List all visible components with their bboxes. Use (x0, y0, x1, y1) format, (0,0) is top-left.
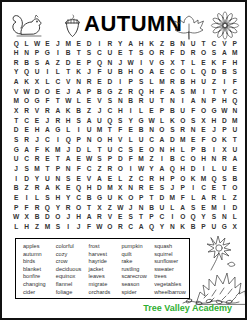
grid-cell[interactable]: F (178, 193, 188, 203)
grid-cell[interactable]: D (42, 213, 52, 223)
grid-cell[interactable]: M (209, 203, 219, 213)
grid-cell[interactable]: T (157, 97, 167, 107)
grid-cell[interactable]: E (105, 174, 115, 184)
grid-cell[interactable]: A (219, 49, 229, 59)
grid-cell[interactable]: U (42, 174, 52, 184)
grid-cell[interactable]: S (178, 87, 188, 97)
grid-cell[interactable]: F (115, 126, 125, 136)
grid-cell[interactable]: G (42, 49, 52, 59)
grid-cell[interactable]: U (178, 107, 188, 117)
grid-cell[interactable]: Q (94, 58, 104, 68)
grid-cell[interactable]: N (146, 126, 156, 136)
grid-cell[interactable]: E (126, 126, 136, 136)
grid-cell[interactable]: U (105, 49, 115, 59)
grid-cell[interactable]: C (105, 107, 115, 117)
grid-cell[interactable]: W (11, 213, 21, 223)
grid-cell[interactable]: X (32, 78, 42, 88)
grid-cell[interactable]: U (209, 222, 219, 232)
grid-cell[interactable]: Z (21, 184, 31, 194)
grid-cell[interactable]: R (105, 39, 115, 49)
grid-cell[interactable]: O (146, 49, 156, 59)
grid-cell[interactable]: A (157, 135, 167, 145)
grid-cell[interactable]: R (21, 135, 31, 145)
grid-cell[interactable]: K (209, 58, 219, 68)
grid-cell[interactable]: H (105, 135, 115, 145)
grid-cell[interactable]: E (115, 49, 125, 59)
grid-cell[interactable]: B (94, 87, 104, 97)
grid-cell[interactable]: I (178, 97, 188, 107)
grid-cell[interactable]: B (178, 78, 188, 88)
grid-cell[interactable]: S (11, 135, 21, 145)
grid-cell[interactable]: M (11, 97, 21, 107)
grid-cell[interactable]: P (84, 58, 94, 68)
grid-cell[interactable]: O (105, 222, 115, 232)
grid-cell[interactable]: F (21, 203, 31, 213)
grid-cell[interactable]: J (126, 203, 136, 213)
grid-cell[interactable]: E (188, 135, 198, 145)
grid-cell[interactable]: B (167, 107, 177, 117)
grid-cell[interactable]: D (84, 39, 94, 49)
grid-cell[interactable]: Z (157, 39, 167, 49)
grid-cell[interactable]: P (105, 155, 115, 165)
grid-cell[interactable]: R (32, 155, 42, 165)
grid-cell[interactable]: W (94, 222, 104, 232)
grid-cell[interactable]: D (32, 87, 42, 97)
grid-cell[interactable]: Y (126, 116, 136, 126)
grid-cell[interactable]: Y (157, 222, 167, 232)
grid-cell[interactable]: U (230, 145, 240, 155)
grid-cell[interactable]: Z (84, 107, 94, 117)
grid-cell[interactable]: W (219, 107, 229, 117)
grid-cell[interactable]: I (219, 203, 229, 213)
grid-cell[interactable]: W (115, 203, 125, 213)
grid-cell[interactable]: W (32, 39, 42, 49)
grid-cell[interactable]: H (53, 193, 63, 203)
grid-cell[interactable]: I (209, 145, 219, 155)
grid-cell[interactable]: I (11, 174, 21, 184)
grid-cell[interactable]: P (157, 107, 167, 117)
grid-cell[interactable]: U (157, 203, 167, 213)
grid-cell[interactable]: Y (146, 164, 156, 174)
grid-cell[interactable]: C (53, 78, 63, 88)
grid-cell[interactable]: V (32, 107, 42, 117)
grid-cell[interactable]: P (32, 49, 42, 59)
grid-cell[interactable]: B (167, 39, 177, 49)
grid-cell[interactable]: D (115, 155, 125, 165)
grid-cell[interactable]: B (136, 126, 146, 136)
grid-cell[interactable]: E (53, 87, 63, 97)
grid-cell[interactable]: T (84, 203, 94, 213)
grid-cell[interactable]: L (32, 193, 42, 203)
grid-cell[interactable]: B (126, 97, 136, 107)
grid-cell[interactable]: R (219, 155, 229, 165)
grid-cell[interactable]: M (167, 193, 177, 203)
grid-cell[interactable]: T (198, 39, 208, 49)
grid-cell[interactable]: G (94, 193, 104, 203)
grid-cell[interactable]: I (126, 164, 136, 174)
grid-cell[interactable]: D (230, 203, 240, 213)
grid-cell[interactable]: Y (63, 193, 73, 203)
grid-cell[interactable]: A (63, 155, 73, 165)
grid-cell[interactable]: C (84, 164, 94, 174)
grid-cell[interactable]: I (126, 107, 136, 117)
grid-cell[interactable]: U (188, 39, 198, 49)
grid-cell[interactable]: B (73, 107, 83, 117)
grid-cell[interactable]: J (115, 58, 125, 68)
grid-cell[interactable]: B (167, 155, 177, 165)
grid-cell[interactable]: N (126, 184, 136, 194)
grid-cell[interactable]: M (178, 135, 188, 145)
grid-cell[interactable]: R (63, 203, 73, 213)
grid-cell[interactable]: K (42, 145, 52, 155)
grid-cell[interactable]: Y (11, 68, 21, 78)
grid-cell[interactable]: O (53, 213, 63, 223)
grid-cell[interactable]: Q (198, 68, 208, 78)
grid-cell[interactable]: S (84, 49, 94, 59)
grid-cell[interactable]: H (32, 126, 42, 136)
grid-cell[interactable]: O (146, 145, 156, 155)
grid-cell[interactable]: B (146, 203, 156, 213)
grid-cell[interactable]: V (63, 78, 73, 88)
grid-cell[interactable]: I (53, 49, 63, 59)
grid-cell[interactable]: O (188, 155, 198, 165)
grid-cell[interactable]: T (42, 164, 52, 174)
grid-cell[interactable]: B (11, 184, 21, 194)
grid-cell[interactable]: R (157, 49, 167, 59)
grid-cell[interactable]: D (94, 184, 104, 194)
grid-cell[interactable]: R (178, 126, 188, 136)
grid-cell[interactable]: H (84, 184, 94, 194)
grid-cell[interactable]: C (73, 193, 83, 203)
grid-cell[interactable]: I (21, 193, 31, 203)
grid-cell[interactable]: V (146, 58, 156, 68)
grid-cell[interactable]: M (53, 145, 63, 155)
grid-cell[interactable]: R (209, 193, 219, 203)
grid-cell[interactable]: L (73, 97, 83, 107)
grid-cell[interactable]: N (21, 49, 31, 59)
grid-cell[interactable]: F (84, 222, 94, 232)
grid-cell[interactable]: H (167, 145, 177, 155)
grid-cell[interactable]: F (157, 87, 167, 97)
grid-cell[interactable]: J (11, 164, 21, 174)
grid-cell[interactable]: R (42, 107, 52, 117)
grid-cell[interactable]: D (188, 164, 198, 174)
grid-cell[interactable]: I (188, 184, 198, 194)
grid-cell[interactable]: E (94, 78, 104, 88)
grid-cell[interactable]: U (219, 164, 229, 174)
grid-cell[interactable]: E (73, 39, 83, 49)
grid-cell[interactable]: G (209, 107, 219, 117)
grid-cell[interactable]: F (73, 164, 83, 174)
grid-cell[interactable]: C (42, 135, 52, 145)
grid-cell[interactable]: P (178, 184, 188, 194)
grid-cell[interactable]: L (11, 222, 21, 232)
grid-cell[interactable]: L (63, 126, 73, 136)
grid-cell[interactable]: G (219, 222, 229, 232)
grid-cell[interactable]: B (230, 174, 240, 184)
grid-cell[interactable]: A (11, 78, 21, 88)
grid-cell[interactable]: Z (146, 155, 156, 165)
grid-cell[interactable]: B (84, 193, 94, 203)
grid-cell[interactable]: C (126, 222, 136, 232)
grid-cell[interactable]: G (105, 87, 115, 97)
grid-cell[interactable]: H (230, 58, 240, 68)
grid-cell[interactable]: W (21, 87, 31, 97)
grid-cell[interactable]: C (146, 135, 156, 145)
grid-cell[interactable]: Y (198, 213, 208, 223)
grid-cell[interactable]: S (21, 164, 31, 174)
grid-cell[interactable]: E (146, 107, 156, 117)
grid-cell[interactable]: H (209, 116, 219, 126)
grid-cell[interactable]: Q (188, 213, 198, 223)
grid-cell[interactable]: S (32, 58, 42, 68)
grid-cell[interactable]: T (73, 49, 83, 59)
grid-cell[interactable]: S (42, 193, 52, 203)
grid-cell[interactable]: A (198, 193, 208, 203)
grid-cell[interactable]: A (73, 87, 83, 97)
grid-cell[interactable]: Z (115, 87, 125, 97)
grid-cell[interactable]: N (188, 126, 198, 136)
grid-cell[interactable]: P (53, 164, 63, 174)
grid-cell[interactable]: E (73, 155, 83, 165)
grid-cell[interactable]: M (230, 49, 240, 59)
grid-cell[interactable]: R (94, 213, 104, 223)
grid-cell[interactable]: D (63, 58, 73, 68)
grid-cell[interactable]: L (126, 135, 136, 145)
grid-cell[interactable]: G (136, 116, 146, 126)
grid-cell[interactable]: Y (115, 39, 125, 49)
grid-cell[interactable]: O (178, 116, 188, 126)
grid-cell[interactable]: Z (230, 193, 240, 203)
grid-cell[interactable]: I (136, 58, 146, 68)
grid-cell[interactable]: W (136, 164, 146, 174)
grid-cell[interactable]: D (11, 126, 21, 136)
grid-cell[interactable]: S (53, 222, 63, 232)
grid-cell[interactable]: C (21, 155, 31, 165)
grid-cell[interactable]: L (188, 68, 198, 78)
grid-cell[interactable]: P (188, 145, 198, 155)
grid-cell[interactable]: K (21, 78, 31, 88)
grid-cell[interactable]: S (126, 213, 136, 223)
grid-cell[interactable]: A (84, 213, 94, 223)
grid-cell[interactable]: X (219, 145, 229, 155)
grid-cell[interactable]: B (115, 68, 125, 78)
grid-cell[interactable]: T (11, 116, 21, 126)
grid-cell[interactable]: N (219, 213, 229, 223)
grid-cell[interactable]: C (157, 213, 167, 223)
grid-cell[interactable]: K (115, 193, 125, 203)
grid-cell[interactable]: N (178, 39, 188, 49)
grid-cell[interactable]: Q (167, 164, 177, 174)
grid-cell[interactable]: U (105, 193, 115, 203)
grid-cell[interactable]: C (94, 49, 104, 59)
grid-cell[interactable]: I (94, 39, 104, 49)
grid-cell[interactable]: W (146, 116, 156, 126)
grid-cell[interactable]: I (53, 135, 63, 145)
grid-cell[interactable]: V (94, 97, 104, 107)
grid-cell[interactable]: T (136, 213, 146, 223)
grid-cell[interactable]: B (188, 222, 198, 232)
grid-cell[interactable]: F (198, 135, 208, 145)
grid-cell[interactable]: K (167, 116, 177, 126)
grid-cell[interactable]: H (63, 116, 73, 126)
grid-cell[interactable]: T (94, 145, 104, 155)
grid-cell[interactable]: C (136, 174, 146, 184)
grid-cell[interactable]: E (11, 193, 21, 203)
grid-cell[interactable]: P (230, 39, 240, 49)
grid-cell[interactable]: O (209, 135, 219, 145)
grid-cell[interactable]: M (198, 174, 208, 184)
grid-cell[interactable]: L (188, 58, 198, 68)
grid-cell[interactable]: V (115, 135, 125, 145)
grid-cell[interactable]: K (146, 39, 156, 49)
grid-cell[interactable]: S (157, 184, 167, 194)
grid-cell[interactable]: D (209, 68, 219, 78)
grid-cell[interactable]: N (73, 78, 83, 88)
grid-cell[interactable]: J (94, 107, 104, 117)
grid-cell[interactable]: P (198, 222, 208, 232)
grid-cell[interactable]: S (126, 145, 136, 155)
grid-cell[interactable]: H (21, 222, 31, 232)
grid-cell[interactable]: W (126, 58, 136, 68)
grid-cell[interactable]: Z (209, 78, 219, 88)
grid-cell[interactable]: D (167, 135, 177, 145)
grid-cell[interactable]: D (178, 49, 188, 59)
grid-cell[interactable]: Q (136, 87, 146, 97)
grid-cell[interactable]: D (105, 78, 115, 88)
grid-cell[interactable]: H (146, 87, 156, 97)
grid-cell[interactable]: Y (219, 87, 229, 97)
grid-cell[interactable]: Z (126, 174, 136, 184)
grid-cell[interactable]: X (11, 107, 21, 117)
grid-cell[interactable]: H (115, 107, 125, 117)
grid-cell[interactable]: F (42, 97, 52, 107)
grid-cell[interactable]: E (73, 174, 83, 184)
grid-cell[interactable]: A (178, 203, 188, 213)
grid-cell[interactable]: N (84, 135, 94, 145)
grid-cell[interactable]: Q (73, 184, 83, 194)
grid-cell[interactable]: L (188, 193, 198, 203)
grid-cell[interactable]: C (115, 145, 125, 155)
grid-cell[interactable]: M (188, 87, 198, 97)
grid-cell[interactable]: J (63, 145, 73, 155)
grid-cell[interactable]: U (105, 68, 115, 78)
grid-cell[interactable]: B (63, 49, 73, 59)
grid-cell[interactable]: L (230, 213, 240, 223)
grid-cell[interactable]: O (198, 49, 208, 59)
grid-cell[interactable]: V (219, 39, 229, 49)
grid-cell[interactable]: J (42, 116, 52, 126)
grid-cell[interactable]: L (219, 193, 229, 203)
grid-cell[interactable]: E (198, 126, 208, 136)
grid-cell[interactable]: R (84, 78, 94, 88)
grid-cell[interactable]: K (188, 174, 198, 184)
grid-cell[interactable]: X (167, 58, 177, 68)
grid-cell[interactable]: T (146, 193, 156, 203)
grid-cell[interactable]: M (42, 222, 52, 232)
grid-cell[interactable]: P (126, 78, 136, 88)
grid-cell[interactable]: I (167, 213, 177, 223)
grid-cell[interactable]: N (230, 107, 240, 117)
grid-cell[interactable]: E (115, 213, 125, 223)
grid-cell[interactable]: S (94, 155, 104, 165)
grid-cell[interactable]: L (115, 174, 125, 184)
grid-cell[interactable]: U (230, 126, 240, 136)
grid-cell[interactable]: P (219, 126, 229, 136)
grid-cell[interactable]: R (188, 49, 198, 59)
grid-cell[interactable]: H (73, 213, 83, 223)
grid-cell[interactable]: A (167, 87, 177, 97)
grid-cell[interactable]: R (146, 174, 156, 184)
grid-cell[interactable]: P (146, 213, 156, 223)
grid-cell[interactable]: O (115, 164, 125, 174)
grid-cell[interactable]: U (146, 97, 156, 107)
grid-cell[interactable]: M (105, 184, 115, 194)
grid-cell[interactable]: A (126, 39, 136, 49)
grid-cell[interactable]: F (126, 155, 136, 165)
grid-cell[interactable]: S (73, 116, 83, 126)
grid-cell[interactable]: V (11, 87, 21, 97)
grid-cell[interactable]: H (11, 49, 21, 59)
grid-cell[interactable]: R (11, 58, 21, 68)
grid-cell[interactable]: D (157, 193, 167, 203)
grid-cell[interactable]: Z (53, 58, 63, 68)
grid-cell[interactable]: S (136, 49, 146, 59)
grid-cell[interactable]: N (105, 58, 115, 68)
grid-cell[interactable]: R (136, 97, 146, 107)
grid-cell[interactable]: U (198, 78, 208, 88)
grid-cell[interactable]: A (84, 116, 94, 126)
grid-cell[interactable]: J (53, 39, 63, 49)
grid-cell[interactable]: I (63, 222, 73, 232)
grid-cell[interactable]: P (167, 174, 177, 184)
grid-cell[interactable]: O (126, 193, 136, 203)
grid-cell[interactable]: F (94, 68, 104, 78)
grid-cell[interactable]: T (209, 87, 219, 97)
grid-cell[interactable]: W (84, 155, 94, 165)
grid-cell[interactable]: K (73, 68, 83, 78)
grid-cell[interactable]: U (84, 126, 94, 136)
grid-cell[interactable]: F (188, 107, 198, 117)
grid-cell[interactable]: L (21, 39, 31, 49)
grid-cell[interactable]: P (209, 97, 219, 107)
grid-cell[interactable]: I (157, 155, 167, 165)
grid-cell[interactable]: I (73, 126, 83, 136)
grid-cell[interactable]: K (53, 184, 63, 194)
grid-cell[interactable]: X (230, 222, 240, 232)
grid-cell[interactable]: A (42, 126, 52, 136)
grid-cell[interactable]: H (136, 39, 146, 49)
grid-cell[interactable]: N (167, 97, 177, 107)
grid-cell[interactable]: O (178, 213, 188, 223)
grid-cell[interactable]: T (178, 58, 188, 68)
grid-cell[interactable]: O (178, 174, 188, 184)
grid-cell[interactable]: E (146, 184, 156, 194)
grid-cell[interactable]: U (32, 68, 42, 78)
grid-cell[interactable]: T (53, 97, 63, 107)
grid-cell[interactable]: E (84, 97, 94, 107)
grid-cell[interactable]: R (32, 184, 42, 194)
grid-cell[interactable]: R (167, 78, 177, 88)
grid-cell[interactable]: P (11, 203, 21, 213)
grid-cell[interactable]: M (136, 155, 146, 165)
grid-cell[interactable]: T (126, 49, 136, 59)
grid-cell[interactable]: E (136, 145, 146, 155)
grid-cell[interactable]: C (198, 184, 208, 194)
grid-cell[interactable]: R (126, 87, 136, 97)
grid-cell[interactable]: R (32, 203, 42, 213)
grid-cell[interactable]: I (42, 68, 52, 78)
